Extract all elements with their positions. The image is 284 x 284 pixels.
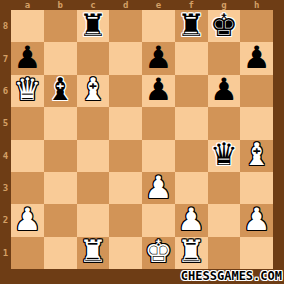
square-d6[interactable] <box>109 75 142 107</box>
chess-diagram: a b c d e f g h 8 7 6 5 4 3 2 1 ♜♜♚♟♟♟♛♝… <box>0 0 284 284</box>
square-a5[interactable] <box>11 107 44 139</box>
square-g2[interactable] <box>208 204 241 236</box>
square-a8[interactable] <box>11 10 44 42</box>
square-f3[interactable] <box>175 172 208 204</box>
black-pawn[interactable]: ♟ <box>144 42 172 73</box>
square-e7[interactable]: ♟ <box>142 42 175 74</box>
rank-label-6: 6 <box>0 75 11 107</box>
black-bishop[interactable]: ♝ <box>46 74 74 105</box>
square-b8[interactable] <box>44 10 77 42</box>
square-d1[interactable] <box>109 237 142 269</box>
rank-label-4: 4 <box>0 140 11 172</box>
square-b3[interactable] <box>44 172 77 204</box>
black-pawn[interactable]: ♟ <box>243 42 271 73</box>
square-g4[interactable]: ♛ <box>208 140 241 172</box>
square-g7[interactable] <box>208 42 241 74</box>
square-f8[interactable]: ♜ <box>175 10 208 42</box>
square-h2[interactable]: ♟ <box>240 204 273 236</box>
square-c3[interactable] <box>77 172 110 204</box>
square-e6[interactable]: ♟ <box>142 75 175 107</box>
file-label-b: b <box>44 0 77 10</box>
black-king[interactable]: ♚ <box>210 10 238 41</box>
square-a4[interactable] <box>11 140 44 172</box>
white-pawn[interactable]: ♟ <box>144 172 172 203</box>
square-a6[interactable]: ♛ <box>11 75 44 107</box>
square-c6[interactable]: ♝ <box>77 75 110 107</box>
square-h5[interactable] <box>240 107 273 139</box>
square-g6[interactable]: ♟ <box>208 75 241 107</box>
square-d7[interactable] <box>109 42 142 74</box>
white-rook[interactable]: ♜ <box>177 236 205 267</box>
square-b1[interactable] <box>44 237 77 269</box>
rank-label-8: 8 <box>0 10 11 42</box>
file-label-e: e <box>142 0 175 10</box>
square-f7[interactable] <box>175 42 208 74</box>
square-h1[interactable] <box>240 237 273 269</box>
chess-board: ♜♜♚♟♟♟♛♝♝♟♟♛♝♟♟♟♟♜♚♜ <box>11 10 273 269</box>
square-d8[interactable] <box>109 10 142 42</box>
black-pawn[interactable]: ♟ <box>210 74 238 105</box>
black-queen[interactable]: ♛ <box>210 139 238 170</box>
square-h8[interactable] <box>240 10 273 42</box>
square-a3[interactable] <box>11 172 44 204</box>
square-e2[interactable] <box>142 204 175 236</box>
white-pawn[interactable]: ♟ <box>13 204 41 235</box>
rank-labels: 8 7 6 5 4 3 2 1 <box>0 10 11 269</box>
file-label-d: d <box>109 0 142 10</box>
square-a2[interactable]: ♟ <box>11 204 44 236</box>
black-pawn[interactable]: ♟ <box>144 74 172 105</box>
square-a7[interactable]: ♟ <box>11 42 44 74</box>
black-rook[interactable]: ♜ <box>79 10 107 41</box>
square-g3[interactable] <box>208 172 241 204</box>
square-c8[interactable]: ♜ <box>77 10 110 42</box>
square-f4[interactable] <box>175 140 208 172</box>
file-label-a: a <box>11 0 44 10</box>
square-h7[interactable]: ♟ <box>240 42 273 74</box>
square-b6[interactable]: ♝ <box>44 75 77 107</box>
rank-label-5: 5 <box>0 107 11 139</box>
square-e5[interactable] <box>142 107 175 139</box>
square-h6[interactable] <box>240 75 273 107</box>
black-rook[interactable]: ♜ <box>177 10 205 41</box>
square-e1[interactable]: ♚ <box>142 237 175 269</box>
square-c4[interactable] <box>77 140 110 172</box>
square-d3[interactable] <box>109 172 142 204</box>
square-c1[interactable]: ♜ <box>77 237 110 269</box>
rank-label-7: 7 <box>0 42 11 74</box>
rank-label-1: 1 <box>0 237 11 269</box>
square-g8[interactable]: ♚ <box>208 10 241 42</box>
square-e8[interactable] <box>142 10 175 42</box>
square-e4[interactable] <box>142 140 175 172</box>
square-c5[interactable] <box>77 107 110 139</box>
chessgames-watermark: CHESSGAMES.COM <box>181 269 282 283</box>
white-pawn[interactable]: ♟ <box>243 204 271 235</box>
square-h3[interactable] <box>240 172 273 204</box>
square-f2[interactable]: ♟ <box>175 204 208 236</box>
square-d4[interactable] <box>109 140 142 172</box>
square-g1[interactable] <box>208 237 241 269</box>
white-bishop[interactable]: ♝ <box>243 139 271 170</box>
square-f6[interactable] <box>175 75 208 107</box>
square-h4[interactable]: ♝ <box>240 140 273 172</box>
square-g5[interactable] <box>208 107 241 139</box>
white-queen[interactable]: ♛ <box>13 74 41 105</box>
square-f5[interactable] <box>175 107 208 139</box>
black-pawn[interactable]: ♟ <box>13 42 41 73</box>
square-b2[interactable] <box>44 204 77 236</box>
square-b4[interactable] <box>44 140 77 172</box>
square-c2[interactable] <box>77 204 110 236</box>
file-label-h: h <box>240 0 273 10</box>
white-rook[interactable]: ♜ <box>79 236 107 267</box>
square-e3[interactable]: ♟ <box>142 172 175 204</box>
square-a1[interactable] <box>11 237 44 269</box>
square-b7[interactable] <box>44 42 77 74</box>
white-pawn[interactable]: ♟ <box>177 204 205 235</box>
rank-label-2: 2 <box>0 204 11 236</box>
square-f1[interactable]: ♜ <box>175 237 208 269</box>
square-c7[interactable] <box>77 42 110 74</box>
rank-label-3: 3 <box>0 172 11 204</box>
square-b5[interactable] <box>44 107 77 139</box>
white-king[interactable]: ♚ <box>144 236 172 267</box>
square-d5[interactable] <box>109 107 142 139</box>
white-bishop[interactable]: ♝ <box>79 74 107 105</box>
square-d2[interactable] <box>109 204 142 236</box>
